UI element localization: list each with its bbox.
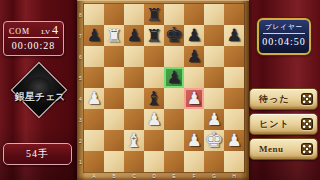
rank-labels: 87654321: [77, 4, 84, 172]
square-h3[interactable]: [224, 109, 244, 130]
menu-button-label: Menu: [259, 144, 284, 154]
square-c7[interactable]: ♟: [124, 25, 144, 46]
file-labels: ABCDEFGH: [84, 172, 244, 180]
square-f5[interactable]: [184, 67, 204, 88]
square-d6[interactable]: [144, 46, 164, 67]
square-a1[interactable]: [84, 151, 104, 172]
square-e8[interactable]: [164, 4, 184, 25]
board: ♜♟♜♟♜♚♟♟♟♟♟♝♟♟♟♝♟♚♟: [84, 4, 244, 172]
divider: [8, 37, 59, 38]
piece-white-pawn: ♟: [86, 90, 101, 107]
square-g1[interactable]: [204, 151, 224, 172]
file-label-a: A: [84, 172, 104, 180]
piece-black-king: ♚: [165, 25, 184, 46]
square-a2[interactable]: [84, 130, 104, 151]
square-h7[interactable]: ♟: [224, 25, 244, 46]
file-label-c: C: [124, 172, 144, 180]
square-d3[interactable]: ♟: [144, 109, 164, 130]
rank-label-1: 1: [77, 151, 84, 172]
square-e7[interactable]: ♚: [164, 25, 184, 46]
square-b6[interactable]: [104, 46, 124, 67]
square-c1[interactable]: [124, 151, 144, 172]
logo-title: 銀星チェス: [4, 90, 76, 104]
com-level-label: LV: [41, 28, 50, 36]
piece-white-pawn: ♟: [186, 132, 201, 149]
square-d8[interactable]: ♜: [144, 4, 164, 25]
move-counter: 54手: [3, 143, 72, 165]
square-f6[interactable]: ♟: [184, 46, 204, 67]
square-f2[interactable]: ♟: [184, 130, 204, 151]
square-h6[interactable]: [224, 46, 244, 67]
piece-white-king: ♚: [205, 130, 224, 151]
piece-white-pawn: ♟: [206, 111, 221, 128]
piece-black-pawn: ♟: [186, 48, 201, 65]
square-c4[interactable]: [124, 88, 144, 109]
dice-icon: [301, 118, 313, 130]
square-g6[interactable]: [204, 46, 224, 67]
com-label: COM: [9, 27, 30, 36]
square-b7[interactable]: ♜: [104, 25, 124, 46]
rank-label-4: 4: [77, 88, 84, 109]
piece-black-pawn: ♟: [186, 27, 201, 44]
piece-white-rook: ♜: [106, 27, 122, 45]
square-e3[interactable]: [164, 109, 184, 130]
square-f3[interactable]: [184, 109, 204, 130]
square-h4[interactable]: [224, 88, 244, 109]
player-panel: プレイヤー 00:04:50: [257, 18, 311, 55]
file-label-e: E: [164, 172, 184, 180]
com-panel: COM LV 4 00:00:28: [3, 21, 64, 56]
square-f7[interactable]: ♟: [184, 25, 204, 46]
piece-white-pawn: ♟: [226, 132, 241, 149]
square-a3[interactable]: [84, 109, 104, 130]
square-a8[interactable]: [84, 4, 104, 25]
player-timer: 00:04:50: [259, 36, 309, 47]
com-header: COM LV 4: [4, 22, 63, 36]
square-d1[interactable]: [144, 151, 164, 172]
square-e1[interactable]: [164, 151, 184, 172]
square-g2[interactable]: ♚: [204, 130, 224, 151]
square-h2[interactable]: ♟: [224, 130, 244, 151]
com-level-value: 4: [52, 25, 58, 35]
player-label: プレイヤー: [259, 20, 309, 32]
square-b5[interactable]: [104, 67, 124, 88]
square-g5[interactable]: [204, 67, 224, 88]
square-c6[interactable]: [124, 46, 144, 67]
rank-label-3: 3: [77, 109, 84, 130]
file-label-f: F: [184, 172, 204, 180]
square-a5[interactable]: [84, 67, 104, 88]
square-b2[interactable]: [104, 130, 124, 151]
rank-label-5: 5: [77, 67, 84, 88]
game-screen: COM LV 4 00:00:28 銀星チェス 54手 87654321 ♜♟♜…: [0, 0, 320, 180]
piece-white-pawn: ♟: [186, 90, 201, 107]
piece-white-bishop: ♝: [125, 131, 142, 150]
square-g8[interactable]: [204, 4, 224, 25]
piece-black-rook: ♜: [146, 6, 162, 24]
piece-black-pawn: ♟: [226, 27, 241, 44]
dice-icon: [301, 93, 313, 105]
square-b8[interactable]: [104, 4, 124, 25]
file-label-h: H: [224, 172, 244, 180]
square-d2[interactable]: [144, 130, 164, 151]
piece-black-bishop: ♝: [145, 89, 162, 108]
file-label-d: D: [144, 172, 164, 180]
square-f1[interactable]: [184, 151, 204, 172]
square-e4[interactable]: [164, 88, 184, 109]
square-a6[interactable]: [84, 46, 104, 67]
square-a7[interactable]: ♟: [84, 25, 104, 46]
rank-label-7: 7: [77, 25, 84, 46]
square-h1[interactable]: [224, 151, 244, 172]
piece-black-rook: ♜: [146, 27, 162, 45]
menu-button[interactable]: Menu: [249, 138, 318, 160]
square-a4[interactable]: ♟: [84, 88, 104, 109]
app-logo: 銀星チェス: [3, 63, 75, 117]
piece-white-pawn: ♟: [146, 111, 161, 128]
file-label-g: G: [204, 172, 224, 180]
rank-label-6: 6: [77, 46, 84, 67]
square-d5[interactable]: [144, 67, 164, 88]
square-c8[interactable]: [124, 4, 144, 25]
square-d7[interactable]: ♜: [144, 25, 164, 46]
square-b4[interactable]: [104, 88, 124, 109]
hint-button[interactable]: ヒント: [249, 113, 318, 135]
square-c5[interactable]: [124, 67, 144, 88]
hint-button-label: ヒント: [259, 118, 290, 131]
square-h5[interactable]: [224, 67, 244, 88]
piece-black-pawn: ♟: [166, 69, 181, 86]
square-c2[interactable]: ♝: [124, 130, 144, 151]
file-label-b: B: [104, 172, 124, 180]
piece-black-pawn: ♟: [86, 27, 101, 44]
square-b3[interactable]: [104, 109, 124, 130]
square-g4[interactable]: [204, 88, 224, 109]
square-b1[interactable]: [104, 151, 124, 172]
undo-button-label: 待った: [259, 93, 289, 106]
piece-black-pawn: ♟: [126, 27, 141, 44]
rank-label-2: 2: [77, 130, 84, 151]
square-c3[interactable]: [124, 109, 144, 130]
square-f8[interactable]: [184, 4, 204, 25]
dice-icon: [301, 143, 313, 155]
undo-button[interactable]: 待った: [249, 88, 318, 110]
square-e2[interactable]: [164, 130, 184, 151]
square-h8[interactable]: [224, 4, 244, 25]
divider: [263, 33, 305, 34]
square-g7[interactable]: [204, 25, 224, 46]
square-e5[interactable]: ♟: [164, 67, 184, 88]
rank-label-8: 8: [77, 4, 84, 25]
square-d4[interactable]: ♝: [144, 88, 164, 109]
move-counter-text: 54手: [26, 147, 49, 161]
com-timer: 00:00:28: [4, 40, 63, 51]
square-g3[interactable]: ♟: [204, 109, 224, 130]
square-f4[interactable]: ♟: [184, 88, 204, 109]
square-e6[interactable]: [164, 46, 184, 67]
board-frame: 87654321 ♜♟♜♟♜♚♟♟♟♟♟♝♟♟♟♝♟♚♟ ABCDEFGH: [77, 0, 249, 180]
